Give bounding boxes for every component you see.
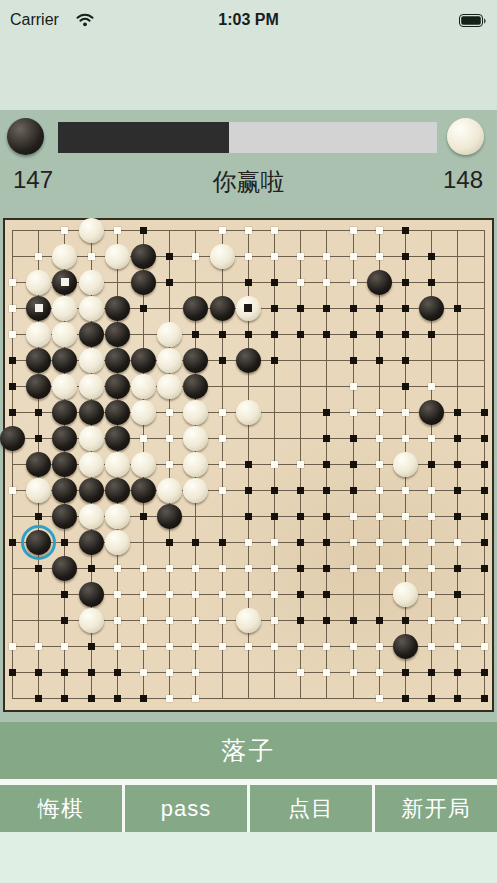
white-territory-marker xyxy=(454,539,461,546)
white-territory-marker xyxy=(245,565,252,572)
black-territory-marker xyxy=(9,409,16,416)
white-territory-marker xyxy=(166,435,173,442)
black-territory-marker xyxy=(402,695,409,702)
black-territory-marker xyxy=(297,305,304,312)
black-stone xyxy=(131,244,156,269)
white-territory-marker xyxy=(402,409,409,416)
white-territory-marker xyxy=(9,305,16,312)
white-stone xyxy=(105,530,130,555)
white-territory-marker xyxy=(9,279,16,286)
white-territory-marker xyxy=(481,643,488,650)
black-stone xyxy=(419,400,444,425)
white-stone xyxy=(210,244,235,269)
white-player-stone xyxy=(447,118,484,155)
black-territory-marker xyxy=(350,331,357,338)
black-territory-marker xyxy=(323,461,330,468)
white-territory-marker xyxy=(323,643,330,650)
white-territory-marker xyxy=(192,695,199,702)
black-territory-marker xyxy=(376,331,383,338)
black-territory-marker xyxy=(61,617,68,624)
white-territory-marker xyxy=(271,617,278,624)
black-territory-marker xyxy=(271,357,278,364)
white-territory-marker xyxy=(166,591,173,598)
white-territory-marker xyxy=(297,461,304,468)
white-stone xyxy=(157,478,182,503)
black-territory-marker xyxy=(245,487,252,494)
white-stone xyxy=(131,400,156,425)
white-territory-marker xyxy=(192,565,199,572)
result-message: 你赢啦 xyxy=(0,166,497,198)
white-territory-marker xyxy=(376,565,383,572)
grid-line xyxy=(12,698,485,699)
white-stone xyxy=(236,400,261,425)
black-territory-marker xyxy=(297,591,304,598)
white-territory-marker xyxy=(166,695,173,702)
black-territory-marker xyxy=(166,539,173,546)
black-territory-marker xyxy=(61,669,68,676)
white-stone xyxy=(183,478,208,503)
white-territory-marker xyxy=(140,591,147,598)
white-territory-marker xyxy=(271,565,278,572)
white-stone xyxy=(157,322,182,347)
white-stone xyxy=(52,244,77,269)
white-stone xyxy=(79,296,104,321)
white-territory-marker xyxy=(271,253,278,260)
black-stone xyxy=(105,400,130,425)
white-territory-marker xyxy=(350,253,357,260)
grid-line xyxy=(12,672,485,673)
white-territory-marker xyxy=(454,643,461,650)
white-territory-marker xyxy=(350,513,357,520)
white-stone xyxy=(79,270,104,295)
white-territory-marker xyxy=(323,253,330,260)
white-stone xyxy=(79,218,104,243)
white-stone xyxy=(393,452,418,477)
white-territory-marker xyxy=(376,695,383,702)
black-territory-marker xyxy=(9,539,16,546)
white-stone xyxy=(157,374,182,399)
black-stone xyxy=(131,270,156,295)
white-territory-marker xyxy=(402,513,409,520)
white-stone xyxy=(26,270,51,295)
black-stone xyxy=(367,270,392,295)
white-territory-marker xyxy=(428,487,435,494)
white-territory-marker xyxy=(166,409,173,416)
white-stone xyxy=(79,452,104,477)
black-territory-marker xyxy=(376,617,383,624)
white-stone xyxy=(105,244,130,269)
black-territory-marker xyxy=(428,279,435,286)
white-territory-marker xyxy=(192,643,199,650)
black-territory-marker xyxy=(454,435,461,442)
black-territory-marker xyxy=(297,617,304,624)
black-territory-marker xyxy=(297,331,304,338)
white-territory-marker xyxy=(219,227,226,234)
white-territory-marker xyxy=(61,643,68,650)
black-territory-marker xyxy=(323,565,330,572)
white-territory-marker xyxy=(376,643,383,650)
white-territory-marker xyxy=(402,565,409,572)
black-territory-marker xyxy=(245,461,252,468)
white-territory-marker xyxy=(376,669,383,676)
white-territory-marker xyxy=(271,461,278,468)
black-stone xyxy=(79,400,104,425)
white-territory-marker xyxy=(350,409,357,416)
black-stone xyxy=(52,452,77,477)
black-stone xyxy=(52,270,77,295)
black-territory-marker xyxy=(376,305,383,312)
black-territory-marker xyxy=(428,331,435,338)
black-stone xyxy=(393,634,418,659)
black-territory-marker xyxy=(481,513,488,520)
white-territory-marker xyxy=(166,669,173,676)
black-territory-marker xyxy=(323,539,330,546)
black-territory-marker xyxy=(323,617,330,624)
black-territory-marker xyxy=(428,695,435,702)
black-territory-marker xyxy=(481,669,488,676)
white-territory-marker xyxy=(428,643,435,650)
black-territory-marker xyxy=(402,227,409,234)
white-territory-marker xyxy=(402,435,409,442)
white-stone xyxy=(26,322,51,347)
white-stone xyxy=(79,426,104,451)
new-game-button[interactable]: 新开局 xyxy=(375,785,497,832)
white-stone xyxy=(393,582,418,607)
black-territory-marker xyxy=(297,565,304,572)
black-stone xyxy=(105,296,130,321)
white-stone xyxy=(105,504,130,529)
black-territory-marker xyxy=(481,539,488,546)
white-territory-marker xyxy=(376,409,383,416)
black-territory-marker xyxy=(454,565,461,572)
score-bar xyxy=(58,122,437,153)
white-territory-marker xyxy=(219,435,226,442)
white-territory-marker xyxy=(376,513,383,520)
black-territory-marker xyxy=(350,617,357,624)
white-territory-marker xyxy=(350,669,357,676)
white-stone xyxy=(131,374,156,399)
score-panel: 147 你赢啦 148 xyxy=(0,110,497,207)
black-territory-marker xyxy=(481,487,488,494)
black-territory-marker xyxy=(35,565,42,572)
black-stone xyxy=(52,348,77,373)
board-area xyxy=(0,207,497,713)
black-territory-marker xyxy=(402,357,409,364)
black-territory-marker xyxy=(402,279,409,286)
white-territory-marker xyxy=(114,617,121,624)
black-territory-marker xyxy=(271,513,278,520)
pass-button[interactable]: pass xyxy=(125,785,247,832)
black-territory-marker xyxy=(481,461,488,468)
black-territory-marker xyxy=(350,357,357,364)
white-territory-marker xyxy=(140,643,147,650)
white-territory-marker xyxy=(297,643,304,650)
black-territory-marker xyxy=(402,669,409,676)
white-stone xyxy=(26,478,51,503)
white-territory-marker xyxy=(350,227,357,234)
white-territory-marker xyxy=(9,331,16,338)
white-score: 148 xyxy=(443,166,483,194)
black-stone xyxy=(52,504,77,529)
black-territory-marker xyxy=(35,669,42,676)
black-territory-marker xyxy=(481,435,488,442)
white-stone xyxy=(157,348,182,373)
white-territory-marker xyxy=(271,227,278,234)
white-territory-marker xyxy=(271,591,278,598)
black-stone xyxy=(105,322,130,347)
count-button[interactable]: 点目 xyxy=(250,785,372,832)
black-stone xyxy=(26,452,51,477)
white-territory-marker xyxy=(297,669,304,676)
go-board[interactable] xyxy=(3,218,494,712)
black-stone xyxy=(79,530,104,555)
white-territory-marker xyxy=(9,643,16,650)
button-row: 悔棋 pass 点目 新开局 xyxy=(0,785,497,832)
black-territory-marker xyxy=(323,513,330,520)
black-territory-marker xyxy=(297,513,304,520)
white-territory-marker xyxy=(402,487,409,494)
white-territory-marker xyxy=(166,461,173,468)
black-stone xyxy=(26,348,51,373)
white-territory-marker xyxy=(376,253,383,260)
white-stone xyxy=(131,452,156,477)
white-territory-marker xyxy=(245,591,252,598)
white-territory-marker xyxy=(219,461,226,468)
white-stone xyxy=(79,348,104,373)
black-stone xyxy=(105,426,130,451)
black-stone xyxy=(183,374,208,399)
black-territory-marker xyxy=(323,487,330,494)
black-territory-marker xyxy=(9,669,16,676)
black-territory-marker xyxy=(219,539,226,546)
black-territory-marker xyxy=(428,461,435,468)
white-stone xyxy=(52,374,77,399)
black-territory-marker xyxy=(35,695,42,702)
black-territory-marker xyxy=(61,695,68,702)
black-territory-marker xyxy=(454,487,461,494)
white-territory-marker xyxy=(350,643,357,650)
white-territory-marker xyxy=(166,617,173,624)
black-territory-marker xyxy=(481,565,488,572)
black-territory-marker xyxy=(350,487,357,494)
black-territory-marker xyxy=(402,305,409,312)
bottom-strip xyxy=(0,832,497,883)
status-time: 1:03 PM xyxy=(0,11,497,29)
black-territory-marker xyxy=(402,331,409,338)
white-territory-marker xyxy=(245,643,252,650)
black-territory-marker xyxy=(88,643,95,650)
black-stone xyxy=(105,374,130,399)
white-stone xyxy=(79,374,104,399)
black-stone xyxy=(183,296,208,321)
white-stone xyxy=(52,322,77,347)
white-territory-marker xyxy=(192,617,199,624)
black-territory-marker xyxy=(323,409,330,416)
black-territory-marker xyxy=(114,669,121,676)
white-territory-marker xyxy=(481,617,488,624)
white-stone xyxy=(183,452,208,477)
white-territory-marker xyxy=(376,487,383,494)
black-territory-marker xyxy=(350,435,357,442)
black-territory-marker xyxy=(271,487,278,494)
score-bar-black-fill xyxy=(58,122,229,153)
black-stone xyxy=(236,348,261,373)
top-area: Carrier 1:03 PM xyxy=(0,0,497,110)
white-stone xyxy=(183,426,208,451)
white-territory-marker xyxy=(140,617,147,624)
white-stone xyxy=(79,504,104,529)
black-territory-marker xyxy=(245,331,252,338)
black-stone xyxy=(210,296,235,321)
black-territory-marker xyxy=(297,539,304,546)
black-territory-marker xyxy=(428,669,435,676)
black-territory-marker xyxy=(140,513,147,520)
white-territory-marker xyxy=(192,591,199,598)
white-territory-marker xyxy=(376,539,383,546)
black-stone xyxy=(26,374,51,399)
white-territory-marker xyxy=(219,617,226,624)
white-territory-marker xyxy=(376,461,383,468)
white-territory-marker xyxy=(166,643,173,650)
black-stone xyxy=(105,348,130,373)
white-territory-marker xyxy=(350,565,357,572)
white-territory-marker xyxy=(140,669,147,676)
black-territory-marker xyxy=(166,279,173,286)
black-territory-marker xyxy=(350,305,357,312)
white-territory-marker xyxy=(350,279,357,286)
white-territory-marker xyxy=(140,435,147,442)
white-territory-marker xyxy=(428,591,435,598)
black-territory-marker xyxy=(166,253,173,260)
black-territory-marker xyxy=(219,357,226,364)
black-territory-marker xyxy=(350,461,357,468)
black-player-stone xyxy=(7,118,44,155)
place-stone-button[interactable]: 落子 xyxy=(0,722,497,779)
black-stone xyxy=(79,322,104,347)
black-territory-marker xyxy=(88,565,95,572)
black-territory-marker xyxy=(88,695,95,702)
black-territory-marker xyxy=(140,695,147,702)
black-territory-marker xyxy=(402,617,409,624)
black-territory-marker xyxy=(323,305,330,312)
white-territory-marker xyxy=(323,279,330,286)
black-territory-marker xyxy=(481,409,488,416)
black-territory-marker xyxy=(35,409,42,416)
black-territory-marker xyxy=(454,669,461,676)
white-territory-marker xyxy=(61,227,68,234)
black-territory-marker xyxy=(271,331,278,338)
white-territory-marker xyxy=(323,669,330,676)
status-bar: Carrier 1:03 PM xyxy=(0,0,497,44)
white-territory-marker xyxy=(219,487,226,494)
black-territory-marker xyxy=(454,305,461,312)
black-territory-marker xyxy=(402,253,409,260)
black-territory-marker xyxy=(428,253,435,260)
white-territory-marker xyxy=(219,591,226,598)
white-territory-marker xyxy=(192,253,199,260)
white-territory-marker xyxy=(454,617,461,624)
white-stone xyxy=(105,452,130,477)
black-territory-marker xyxy=(114,695,121,702)
black-territory-marker xyxy=(245,279,252,286)
white-territory-marker xyxy=(219,565,226,572)
black-territory-marker xyxy=(9,357,16,364)
black-territory-marker xyxy=(323,591,330,598)
black-territory-marker xyxy=(192,539,199,546)
white-territory-marker xyxy=(35,253,42,260)
black-territory-marker xyxy=(454,513,461,520)
black-territory-marker xyxy=(219,331,226,338)
white-territory-marker xyxy=(350,383,357,390)
black-territory-marker xyxy=(88,669,95,676)
black-territory-marker xyxy=(454,591,461,598)
white-stone xyxy=(183,400,208,425)
white-territory-marker xyxy=(192,669,199,676)
white-territory-marker xyxy=(297,279,304,286)
undo-button[interactable]: 悔棋 xyxy=(0,785,122,832)
white-stone xyxy=(52,296,77,321)
black-territory-marker xyxy=(271,279,278,286)
black-territory-marker xyxy=(140,227,147,234)
white-territory-marker xyxy=(297,253,304,260)
black-territory-marker xyxy=(454,695,461,702)
black-territory-marker xyxy=(454,409,461,416)
black-territory-marker xyxy=(61,539,68,546)
black-stone xyxy=(26,296,51,321)
white-territory-marker xyxy=(271,539,278,546)
black-territory-marker xyxy=(245,513,252,520)
white-territory-marker xyxy=(219,409,226,416)
white-territory-marker xyxy=(35,643,42,650)
black-stone xyxy=(52,426,77,451)
black-stone xyxy=(183,348,208,373)
black-stone xyxy=(79,582,104,607)
black-stone xyxy=(52,556,77,581)
black-territory-marker xyxy=(271,305,278,312)
black-stone xyxy=(52,478,77,503)
white-territory-marker xyxy=(166,565,173,572)
white-territory-marker xyxy=(428,565,435,572)
white-territory-marker xyxy=(428,513,435,520)
black-territory-marker xyxy=(140,305,147,312)
white-territory-marker xyxy=(114,227,121,234)
white-territory-marker xyxy=(245,253,252,260)
black-stone xyxy=(79,478,104,503)
black-territory-marker xyxy=(323,331,330,338)
black-territory-marker xyxy=(9,383,16,390)
white-territory-marker xyxy=(350,539,357,546)
dead-stone-marker xyxy=(244,304,252,312)
black-stone xyxy=(419,296,444,321)
white-territory-marker xyxy=(271,643,278,650)
white-territory-marker xyxy=(140,565,147,572)
battery-icon xyxy=(459,14,487,32)
black-stone xyxy=(52,400,77,425)
white-territory-marker xyxy=(114,643,121,650)
white-territory-marker xyxy=(376,435,383,442)
black-territory-marker xyxy=(297,487,304,494)
white-territory-marker xyxy=(245,539,252,546)
black-territory-marker xyxy=(192,331,199,338)
white-territory-marker xyxy=(114,591,121,598)
white-stone xyxy=(236,296,261,321)
white-territory-marker xyxy=(428,539,435,546)
white-stone xyxy=(79,608,104,633)
white-territory-marker xyxy=(428,617,435,624)
black-territory-marker xyxy=(35,513,42,520)
black-territory-marker xyxy=(481,695,488,702)
white-territory-marker xyxy=(219,643,226,650)
